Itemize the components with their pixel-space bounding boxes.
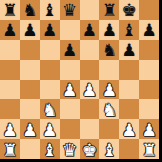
piece-white-bishop[interactable]: ♝ <box>102 140 117 159</box>
square-h6[interactable] <box>139 40 159 60</box>
square-f5[interactable] <box>99 60 119 80</box>
square-c1[interactable]: ♝ <box>40 139 60 159</box>
piece-black-pawn[interactable]: ♟ <box>82 21 97 40</box>
piece-white-rook[interactable]: ♜ <box>2 140 17 159</box>
piece-black-pawn[interactable]: ♟ <box>22 21 37 40</box>
piece-black-bishop[interactable]: ♝ <box>42 1 57 20</box>
square-h4[interactable] <box>139 80 159 100</box>
square-g5[interactable] <box>119 60 139 80</box>
piece-black-pawn[interactable]: ♟ <box>62 41 77 60</box>
piece-white-pawn[interactable]: ♟ <box>122 120 137 139</box>
square-e2[interactable] <box>80 119 100 139</box>
square-d3[interactable] <box>60 99 80 119</box>
square-d6[interactable]: ♟ <box>60 40 80 60</box>
piece-black-bishop[interactable]: ♝ <box>122 21 137 40</box>
square-b2[interactable]: ♟ <box>20 119 40 139</box>
square-a1[interactable]: ♜ <box>0 139 20 159</box>
square-f1[interactable]: ♝ <box>99 139 119 159</box>
square-f3[interactable]: ♞ <box>99 99 119 119</box>
square-f7[interactable]: ♟ <box>99 20 119 40</box>
square-e5[interactable] <box>80 60 100 80</box>
square-e1[interactable]: ♚ <box>80 139 100 159</box>
square-h3[interactable] <box>139 99 159 119</box>
square-g8[interactable]: ♚ <box>119 0 139 20</box>
piece-black-pawn[interactable]: ♟ <box>102 21 117 40</box>
piece-black-rook[interactable]: ♜ <box>102 1 117 20</box>
square-f8[interactable]: ♜ <box>99 0 119 20</box>
square-h5[interactable] <box>139 60 159 80</box>
square-g6[interactable]: ♟ <box>119 40 139 60</box>
square-h2[interactable]: ♟ <box>139 119 159 139</box>
square-c2[interactable]: ♟ <box>40 119 60 139</box>
square-f6[interactable]: ♞ <box>99 40 119 60</box>
square-a4[interactable] <box>0 80 20 100</box>
piece-white-queen[interactable]: ♛ <box>62 140 77 159</box>
square-f4[interactable]: ♟ <box>99 80 119 100</box>
square-g1[interactable] <box>119 139 139 159</box>
square-c7[interactable]: ♟ <box>40 20 60 40</box>
square-b7[interactable]: ♟ <box>20 20 40 40</box>
piece-white-bishop[interactable]: ♝ <box>42 140 57 159</box>
square-a5[interactable] <box>0 60 20 80</box>
square-a6[interactable] <box>0 40 20 60</box>
piece-black-pawn[interactable]: ♟ <box>141 21 156 40</box>
square-c6[interactable] <box>40 40 60 60</box>
piece-white-king[interactable]: ♚ <box>82 140 97 159</box>
chess-board: ♜♞♝♛♜♚♟♟♟♟♟♝♟♟♞♟♟♟♟♞♞♟♟♟♟♟♜♝♛♚♝♜ <box>0 0 159 159</box>
square-d1[interactable]: ♛ <box>60 139 80 159</box>
square-a3[interactable] <box>0 99 20 119</box>
piece-white-pawn[interactable]: ♟ <box>141 120 156 139</box>
square-b5[interactable] <box>20 60 40 80</box>
square-f2[interactable] <box>99 119 119 139</box>
piece-black-queen[interactable]: ♛ <box>62 1 77 20</box>
square-b1[interactable] <box>20 139 40 159</box>
square-a7[interactable]: ♟ <box>0 20 20 40</box>
square-e4[interactable]: ♟ <box>80 80 100 100</box>
piece-black-king[interactable]: ♚ <box>122 1 137 20</box>
square-e6[interactable] <box>80 40 100 60</box>
square-d4[interactable]: ♟ <box>60 80 80 100</box>
square-g7[interactable]: ♝ <box>119 20 139 40</box>
square-d5[interactable] <box>60 60 80 80</box>
square-a8[interactable]: ♜ <box>0 0 20 20</box>
square-e8[interactable] <box>80 0 100 20</box>
square-h7[interactable]: ♟ <box>139 20 159 40</box>
square-e7[interactable]: ♟ <box>80 20 100 40</box>
square-g4[interactable] <box>119 80 139 100</box>
piece-black-rook[interactable]: ♜ <box>2 1 17 20</box>
piece-white-pawn[interactable]: ♟ <box>62 80 77 99</box>
piece-white-pawn[interactable]: ♟ <box>42 120 57 139</box>
square-b8[interactable]: ♞ <box>20 0 40 20</box>
piece-black-pawn[interactable]: ♟ <box>2 21 17 40</box>
square-h1[interactable]: ♜ <box>139 139 159 159</box>
square-e3[interactable] <box>80 99 100 119</box>
square-h8[interactable] <box>139 0 159 20</box>
square-d7[interactable] <box>60 20 80 40</box>
square-c5[interactable] <box>40 60 60 80</box>
piece-white-pawn[interactable]: ♟ <box>22 120 37 139</box>
square-g2[interactable]: ♟ <box>119 119 139 139</box>
square-d8[interactable]: ♛ <box>60 0 80 20</box>
square-g3[interactable] <box>119 99 139 119</box>
piece-black-pawn[interactable]: ♟ <box>42 21 57 40</box>
square-b6[interactable] <box>20 40 40 60</box>
piece-black-pawn[interactable]: ♟ <box>122 41 137 60</box>
square-c4[interactable] <box>40 80 60 100</box>
piece-black-knight[interactable]: ♞ <box>102 41 117 60</box>
piece-white-pawn[interactable]: ♟ <box>2 120 17 139</box>
piece-white-knight[interactable]: ♞ <box>42 100 57 119</box>
piece-white-rook[interactable]: ♜ <box>141 140 156 159</box>
square-b3[interactable] <box>20 99 40 119</box>
piece-black-knight[interactable]: ♞ <box>22 1 37 20</box>
piece-white-pawn[interactable]: ♟ <box>102 80 117 99</box>
piece-white-knight[interactable]: ♞ <box>102 100 117 119</box>
piece-white-pawn[interactable]: ♟ <box>82 80 97 99</box>
square-a2[interactable]: ♟ <box>0 119 20 139</box>
square-c8[interactable]: ♝ <box>40 0 60 20</box>
square-c3[interactable]: ♞ <box>40 99 60 119</box>
square-d2[interactable] <box>60 119 80 139</box>
square-b4[interactable] <box>20 80 40 100</box>
